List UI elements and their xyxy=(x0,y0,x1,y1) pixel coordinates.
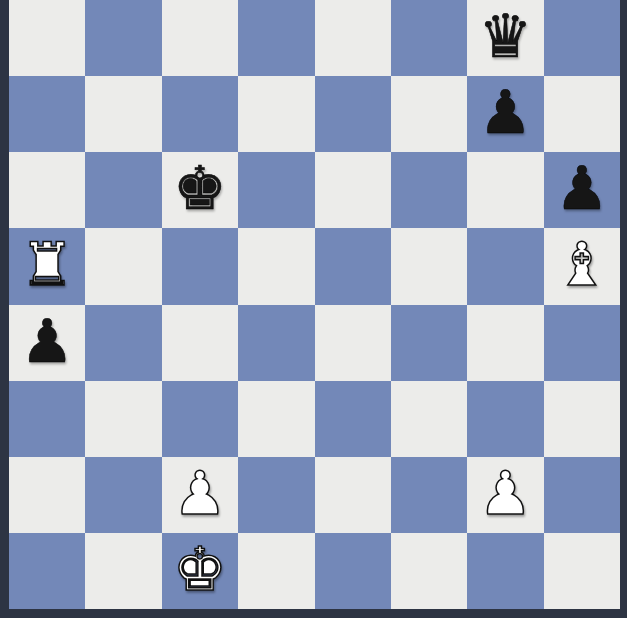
square-g3[interactable] xyxy=(467,381,543,457)
piece-white-rook-a5[interactable]: ♜ xyxy=(20,234,74,294)
square-a7[interactable] xyxy=(9,76,85,152)
square-a1[interactable] xyxy=(9,533,85,609)
square-g1[interactable] xyxy=(467,533,543,609)
square-c3[interactable] xyxy=(162,381,238,457)
square-h1[interactable] xyxy=(544,533,620,609)
square-b4[interactable] xyxy=(85,305,161,381)
square-g7[interactable]: ♟ xyxy=(467,76,543,152)
square-e2[interactable] xyxy=(315,457,391,533)
square-e8[interactable] xyxy=(315,0,391,76)
square-g4[interactable] xyxy=(467,305,543,381)
square-e3[interactable] xyxy=(315,381,391,457)
square-b8[interactable] xyxy=(85,0,161,76)
square-b1[interactable] xyxy=(85,533,161,609)
square-d6[interactable] xyxy=(238,152,314,228)
square-d1[interactable] xyxy=(238,533,314,609)
square-d4[interactable] xyxy=(238,305,314,381)
piece-white-king-c1[interactable]: ♚ xyxy=(173,539,227,599)
piece-black-queen-g8[interactable]: ♛ xyxy=(479,6,533,66)
square-c5[interactable] xyxy=(162,228,238,304)
square-c4[interactable] xyxy=(162,305,238,381)
square-a6[interactable] xyxy=(9,152,85,228)
square-b6[interactable] xyxy=(85,152,161,228)
square-f5[interactable] xyxy=(391,228,467,304)
piece-black-pawn-g7[interactable]: ♟ xyxy=(479,82,533,142)
square-h6[interactable]: ♟ xyxy=(544,152,620,228)
square-h4[interactable] xyxy=(544,305,620,381)
square-d8[interactable] xyxy=(238,0,314,76)
square-d5[interactable] xyxy=(238,228,314,304)
square-a5[interactable]: ♜ xyxy=(9,228,85,304)
square-e4[interactable] xyxy=(315,305,391,381)
square-f4[interactable] xyxy=(391,305,467,381)
square-e5[interactable] xyxy=(315,228,391,304)
square-f1[interactable] xyxy=(391,533,467,609)
square-f3[interactable] xyxy=(391,381,467,457)
square-a2[interactable] xyxy=(9,457,85,533)
square-d2[interactable] xyxy=(238,457,314,533)
square-c8[interactable] xyxy=(162,0,238,76)
square-e1[interactable] xyxy=(315,533,391,609)
square-f7[interactable] xyxy=(391,76,467,152)
board-frame: ♛♟♚♟♜♝♟♟♟♚ xyxy=(0,0,627,618)
square-f2[interactable] xyxy=(391,457,467,533)
square-f6[interactable] xyxy=(391,152,467,228)
square-h2[interactable] xyxy=(544,457,620,533)
square-b3[interactable] xyxy=(85,381,161,457)
square-g5[interactable] xyxy=(467,228,543,304)
square-b2[interactable] xyxy=(85,457,161,533)
piece-white-pawn-c2[interactable]: ♟ xyxy=(173,463,227,523)
piece-black-king-c6[interactable]: ♚ xyxy=(173,158,227,218)
square-h5[interactable]: ♝ xyxy=(544,228,620,304)
square-f8[interactable] xyxy=(391,0,467,76)
square-c7[interactable] xyxy=(162,76,238,152)
square-d3[interactable] xyxy=(238,381,314,457)
square-d7[interactable] xyxy=(238,76,314,152)
square-a3[interactable] xyxy=(9,381,85,457)
square-b7[interactable] xyxy=(85,76,161,152)
square-b5[interactable] xyxy=(85,228,161,304)
square-a4[interactable]: ♟ xyxy=(9,305,85,381)
square-h8[interactable] xyxy=(544,0,620,76)
piece-black-pawn-h6[interactable]: ♟ xyxy=(555,158,609,218)
piece-black-pawn-a4[interactable]: ♟ xyxy=(20,311,74,371)
square-e7[interactable] xyxy=(315,76,391,152)
square-a8[interactable] xyxy=(9,0,85,76)
piece-white-bishop-h5[interactable]: ♝ xyxy=(555,234,609,294)
square-c2[interactable]: ♟ xyxy=(162,457,238,533)
square-c6[interactable]: ♚ xyxy=(162,152,238,228)
piece-white-pawn-g2[interactable]: ♟ xyxy=(479,463,533,523)
square-g8[interactable]: ♛ xyxy=(467,0,543,76)
chess-board: ♛♟♚♟♜♝♟♟♟♚ xyxy=(9,0,620,609)
square-h7[interactable] xyxy=(544,76,620,152)
square-g2[interactable]: ♟ xyxy=(467,457,543,533)
square-e6[interactable] xyxy=(315,152,391,228)
square-h3[interactable] xyxy=(544,381,620,457)
square-g6[interactable] xyxy=(467,152,543,228)
square-c1[interactable]: ♚ xyxy=(162,533,238,609)
